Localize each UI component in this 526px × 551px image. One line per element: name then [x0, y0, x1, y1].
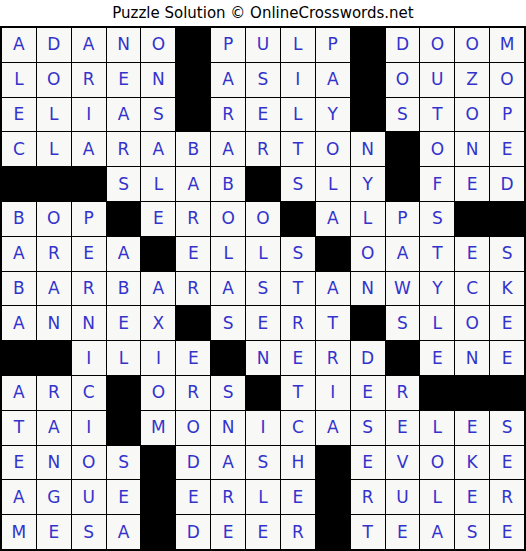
grid-cell[interactable]: L [107, 341, 141, 375]
grid-cell[interactable]: T [316, 306, 350, 340]
black-cell [2, 341, 36, 375]
grid-cell[interactable]: I [141, 341, 175, 375]
grid-cell[interactable]: E [455, 237, 489, 271]
grid-cell[interactable]: L [420, 306, 454, 340]
grid-cell[interactable]: L [246, 237, 280, 271]
grid-cell[interactable]: N [351, 132, 385, 166]
black-cell [37, 341, 71, 375]
grid-cell[interactable]: S [211, 376, 245, 410]
black-cell [386, 132, 420, 166]
grid-cell[interactable]: N [72, 306, 106, 340]
grid-cell[interactable]: O [490, 63, 524, 97]
grid-cell[interactable]: Y [420, 272, 454, 306]
grid-cell[interactable]: S [386, 98, 420, 132]
page-title: Puzzle Solution © OnlineCrosswords.net [0, 0, 526, 26]
grid-cell[interactable]: B [107, 272, 141, 306]
grid-cell[interactable]: P [386, 202, 420, 236]
grid-cell[interactable]: I [316, 376, 350, 410]
black-cell [176, 63, 210, 97]
grid-cell[interactable]: W [386, 272, 420, 306]
grid-cell[interactable]: Y [351, 167, 385, 201]
grid-cell[interactable]: U [420, 63, 454, 97]
grid-cell[interactable]: O [420, 132, 454, 166]
grid-cell[interactable]: O [455, 28, 489, 62]
grid-cell[interactable]: R [281, 306, 315, 340]
grid-cell[interactable]: A [420, 515, 454, 549]
grid-cell[interactable]: E [107, 306, 141, 340]
grid-cell[interactable]: E [281, 480, 315, 514]
grid-cell[interactable]: S [490, 237, 524, 271]
grid-cell[interactable]: O [351, 237, 385, 271]
grid-cell[interactable]: C [455, 272, 489, 306]
black-cell [176, 98, 210, 132]
grid-cell[interactable]: R [176, 202, 210, 236]
grid-cell[interactable]: T [281, 132, 315, 166]
grid-cell[interactable]: L [2, 63, 36, 97]
grid-cell[interactable]: E [107, 63, 141, 97]
grid-cell[interactable]: E [351, 376, 385, 410]
grid-cell[interactable]: N [37, 306, 71, 340]
grid-cell[interactable]: S [386, 306, 420, 340]
grid-cell[interactable]: O [176, 411, 210, 445]
black-cell [107, 411, 141, 445]
black-cell [246, 376, 280, 410]
crossword-grid: ADANOPULPDOOMLORENASIAOUZOELIASRELYSTOPC… [0, 26, 526, 551]
black-cell [281, 202, 315, 236]
grid-cell[interactable]: A [386, 237, 420, 271]
grid-cell[interactable]: E [386, 411, 420, 445]
grid-cell[interactable]: A [2, 28, 36, 62]
grid-cell[interactable]: B [2, 202, 36, 236]
grid-cell[interactable]: T [351, 515, 385, 549]
grid-cell[interactable]: S [72, 515, 106, 549]
grid-cell[interactable]: R [176, 272, 210, 306]
grid-cell[interactable]: R [490, 480, 524, 514]
grid-cell[interactable]: I [72, 411, 106, 445]
grid-cell[interactable]: O [386, 63, 420, 97]
grid-cell[interactable]: R [211, 480, 245, 514]
grid-cell[interactable]: R [246, 132, 280, 166]
black-cell [2, 167, 36, 201]
grid-cell[interactable]: E [490, 132, 524, 166]
grid-cell[interactable]: A [72, 28, 106, 62]
grid-cell[interactable]: R [176, 376, 210, 410]
grid-cell[interactable]: O [316, 132, 350, 166]
black-cell [490, 202, 524, 236]
black-cell [176, 28, 210, 62]
grid-cell[interactable]: E [2, 446, 36, 480]
grid-cell[interactable]: L [37, 132, 71, 166]
black-cell [37, 167, 71, 201]
black-cell [351, 28, 385, 62]
grid-cell[interactable]: B [2, 272, 36, 306]
grid-cell[interactable]: O [420, 446, 454, 480]
grid-cell[interactable]: A [316, 272, 350, 306]
grid-cell[interactable]: T [420, 237, 454, 271]
grid-cell[interactable]: O [37, 63, 71, 97]
black-cell [246, 167, 280, 201]
black-cell [490, 376, 524, 410]
grid-cell[interactable]: E [455, 480, 489, 514]
black-cell [351, 306, 385, 340]
grid-cell[interactable]: R [211, 98, 245, 132]
grid-cell[interactable]: E [107, 480, 141, 514]
black-cell [351, 63, 385, 97]
grid-cell[interactable]: I [246, 411, 280, 445]
grid-cell[interactable]: K [490, 272, 524, 306]
grid-cell[interactable]: A [316, 63, 350, 97]
grid-cell[interactable]: T [281, 376, 315, 410]
grid-cell[interactable]: A [107, 515, 141, 549]
grid-cell[interactable]: V [386, 446, 420, 480]
grid-cell[interactable]: S [141, 98, 175, 132]
grid-cell[interactable]: A [2, 306, 36, 340]
grid-cell[interactable]: H [281, 446, 315, 480]
black-cell [211, 341, 245, 375]
grid-cell[interactable]: L [246, 480, 280, 514]
grid-cell[interactable]: A [2, 237, 36, 271]
grid-cell[interactable]: C [72, 376, 106, 410]
grid-cell[interactable]: E [455, 167, 489, 201]
grid-cell[interactable]: A [316, 411, 350, 445]
grid-cell[interactable]: L [420, 480, 454, 514]
grid-cell[interactable]: O [72, 446, 106, 480]
grid-cell[interactable]: L [351, 202, 385, 236]
grid-cell[interactable]: N [246, 341, 280, 375]
grid-cell[interactable]: E [386, 515, 420, 549]
grid-cell[interactable]: L [316, 167, 350, 201]
grid-cell[interactable]: T [420, 98, 454, 132]
grid-cell[interactable]: R [37, 376, 71, 410]
grid-cell[interactable]: A [107, 98, 141, 132]
grid-cell[interactable]: R [351, 480, 385, 514]
grid-cell[interactable]: I [72, 341, 106, 375]
black-cell [420, 376, 454, 410]
grid-cell[interactable]: R [386, 376, 420, 410]
grid-cell[interactable]: D [37, 28, 71, 62]
grid-cell[interactable]: S [211, 306, 245, 340]
black-cell [316, 446, 350, 480]
grid-cell[interactable]: C [281, 411, 315, 445]
grid-cell[interactable]: R [281, 515, 315, 549]
grid-cell[interactable]: E [37, 515, 71, 549]
black-cell [316, 237, 350, 271]
grid-cell[interactable]: I [72, 98, 106, 132]
grid-cell[interactable]: K [455, 446, 489, 480]
grid-cell[interactable]: N [107, 28, 141, 62]
grid-cell[interactable]: S [246, 272, 280, 306]
black-cell [386, 341, 420, 375]
grid-cell[interactable]: E [246, 306, 280, 340]
grid-cell[interactable]: X [141, 306, 175, 340]
grid-cell[interactable]: E [246, 98, 280, 132]
grid-cell[interactable]: N [211, 411, 245, 445]
black-cell [176, 306, 210, 340]
black-cell [351, 98, 385, 132]
black-cell [316, 515, 350, 549]
grid-cell[interactable]: L [211, 237, 245, 271]
black-cell [141, 446, 175, 480]
grid-cell[interactable]: D [176, 446, 210, 480]
grid-cell[interactable]: A [211, 272, 245, 306]
grid-cell[interactable]: Z [455, 63, 489, 97]
grid-cell[interactable]: P [72, 202, 106, 236]
grid-cell[interactable]: O [141, 28, 175, 62]
grid-cell[interactable]: T [2, 411, 36, 445]
grid-cell[interactable]: A [107, 237, 141, 271]
black-cell [141, 480, 175, 514]
grid-cell[interactable]: A [211, 446, 245, 480]
grid-cell[interactable]: L [420, 411, 454, 445]
grid-cell[interactable]: A [211, 63, 245, 97]
grid-cell[interactable]: E [72, 237, 106, 271]
grid-cell[interactable]: E [490, 446, 524, 480]
grid-cell[interactable]: O [420, 28, 454, 62]
grid-cell[interactable]: E [281, 341, 315, 375]
black-cell [107, 376, 141, 410]
black-cell [141, 515, 175, 549]
grid-cell[interactable]: R [316, 341, 350, 375]
grid-cell[interactable]: S [281, 237, 315, 271]
grid-cell[interactable]: N [37, 446, 71, 480]
grid-cell[interactable]: S [455, 515, 489, 549]
grid-cell[interactable]: N [351, 272, 385, 306]
grid-cell[interactable]: L [37, 98, 71, 132]
grid-cell[interactable]: O [141, 376, 175, 410]
grid-cell[interactable]: B [176, 132, 210, 166]
grid-cell[interactable]: S [107, 446, 141, 480]
grid-cell[interactable]: E [490, 515, 524, 549]
grid-cell[interactable]: P [490, 98, 524, 132]
grid-cell[interactable]: E [490, 341, 524, 375]
grid-cell[interactable]: D [386, 28, 420, 62]
grid-cell[interactable]: S [281, 167, 315, 201]
grid-cell[interactable]: A [2, 480, 36, 514]
grid-cell[interactable]: Y [316, 98, 350, 132]
grid-cell[interactable]: O [455, 306, 489, 340]
grid-cell[interactable]: N [455, 341, 489, 375]
grid-cell[interactable]: R [72, 63, 106, 97]
grid-cell[interactable]: T [281, 272, 315, 306]
grid-cell[interactable]: S [107, 167, 141, 201]
grid-cell[interactable]: E [141, 202, 175, 236]
grid-cell[interactable]: M [490, 28, 524, 62]
grid-cell[interactable]: R [72, 272, 106, 306]
grid-cell[interactable]: D [490, 167, 524, 201]
grid-cell[interactable]: N [141, 63, 175, 97]
grid-cell[interactable]: D [351, 341, 385, 375]
grid-cell[interactable]: E [455, 411, 489, 445]
puzzle-solution-page: Puzzle Solution © OnlineCrosswords.net A… [0, 0, 526, 551]
black-cell [455, 376, 489, 410]
grid-cell[interactable]: A [37, 272, 71, 306]
grid-cell[interactable]: D [176, 515, 210, 549]
grid-cell[interactable]: N [455, 132, 489, 166]
grid-cell[interactable]: A [211, 132, 245, 166]
grid-cell[interactable]: M [141, 411, 175, 445]
grid-cell[interactable]: L [281, 98, 315, 132]
grid-cell[interactable]: R [107, 132, 141, 166]
black-cell [386, 167, 420, 201]
grid-cell[interactable]: E [490, 306, 524, 340]
grid-cell[interactable]: U [72, 480, 106, 514]
grid-cell[interactable]: P [316, 28, 350, 62]
grid-cell[interactable]: L [281, 28, 315, 62]
grid-cell[interactable]: S [246, 63, 280, 97]
grid-cell[interactable]: S [246, 446, 280, 480]
grid-cell[interactable]: E [246, 515, 280, 549]
grid-cell[interactable]: E [176, 237, 210, 271]
grid-cell[interactable]: P [211, 28, 245, 62]
black-cell [316, 480, 350, 514]
grid-cell[interactable]: G [37, 480, 71, 514]
grid-cell[interactable]: E [2, 98, 36, 132]
grid-cell[interactable]: A [141, 132, 175, 166]
grid-cell[interactable]: O [211, 202, 245, 236]
grid-cell[interactable]: A [176, 167, 210, 201]
black-cell [72, 167, 106, 201]
grid-cell[interactable]: O [37, 202, 71, 236]
grid-cell[interactable]: A [316, 202, 350, 236]
grid-cell[interactable]: M [2, 515, 36, 549]
grid-cell[interactable]: A [37, 411, 71, 445]
grid-cell[interactable]: A [141, 272, 175, 306]
grid-cell[interactable]: U [386, 480, 420, 514]
grid-cell[interactable]: E [211, 515, 245, 549]
grid-cell[interactable]: S [351, 411, 385, 445]
grid-cell[interactable]: B [211, 167, 245, 201]
grid-cell[interactable]: S [420, 202, 454, 236]
grid-cell[interactable]: E [351, 446, 385, 480]
grid-cell[interactable]: I [281, 63, 315, 97]
grid-cell[interactable]: S [490, 411, 524, 445]
grid-cell[interactable]: O [246, 202, 280, 236]
grid-cell[interactable]: A [72, 132, 106, 166]
grid-cell[interactable]: E [420, 341, 454, 375]
grid-cell[interactable]: U [246, 28, 280, 62]
grid-cell[interactable]: A [2, 376, 36, 410]
grid-cell[interactable]: F [420, 167, 454, 201]
grid-cell[interactable]: E [176, 341, 210, 375]
grid-cell[interactable]: C [2, 132, 36, 166]
black-cell [141, 237, 175, 271]
grid-cell[interactable]: E [176, 480, 210, 514]
black-cell [455, 202, 489, 236]
grid-cell[interactable]: O [455, 98, 489, 132]
grid-cell[interactable]: R [37, 237, 71, 271]
black-cell [107, 202, 141, 236]
grid-cell[interactable]: L [141, 167, 175, 201]
